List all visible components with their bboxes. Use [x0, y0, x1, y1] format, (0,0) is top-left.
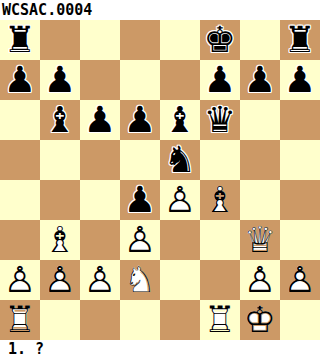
square-c6[interactable]: ♟: [80, 100, 120, 140]
square-b5[interactable]: [40, 140, 80, 180]
black-pawn-icon: ♟: [120, 180, 160, 220]
square-c7[interactable]: [80, 60, 120, 100]
diagram-title: WCSAC.0004: [0, 0, 320, 20]
black-rook-icon: ♜: [0, 20, 40, 60]
square-g1[interactable]: ♚♔: [240, 300, 280, 340]
square-b6[interactable]: ♝: [40, 100, 80, 140]
white-bishop: ♝♗: [200, 180, 240, 220]
square-a4[interactable]: [0, 180, 40, 220]
square-g6[interactable]: [240, 100, 280, 140]
square-h1[interactable]: [280, 300, 320, 340]
black-pawn-icon: ♟: [80, 100, 120, 140]
square-d4[interactable]: ♟: [120, 180, 160, 220]
square-c1[interactable]: [80, 300, 120, 340]
white-pawn: ♟♙: [80, 260, 120, 300]
black-bishop: ♝: [160, 100, 200, 140]
white-knight-icon: ♞: [120, 260, 160, 300]
white-king-icon: ♚: [240, 300, 280, 340]
square-b8[interactable]: [40, 20, 80, 60]
black-pawn: ♟: [40, 60, 80, 100]
white-pawn: ♟♙: [0, 260, 40, 300]
square-f6[interactable]: ♛: [200, 100, 240, 140]
white-queen-outline-icon: ♕: [240, 220, 280, 260]
square-h2[interactable]: ♟♙: [280, 260, 320, 300]
square-d1[interactable]: [120, 300, 160, 340]
white-queen-icon: ♛: [240, 220, 280, 260]
white-pawn: ♟♙: [120, 220, 160, 260]
black-pawn: ♟: [280, 60, 320, 100]
black-bishop: ♝: [40, 100, 80, 140]
square-d7[interactable]: [120, 60, 160, 100]
black-pawn-icon: ♟: [200, 60, 240, 100]
square-e4[interactable]: ♟♙: [160, 180, 200, 220]
white-knight-outline-icon: ♘: [120, 260, 160, 300]
white-bishop-outline-icon: ♗: [200, 180, 240, 220]
white-pawn: ♟♙: [40, 260, 80, 300]
black-pawn: ♟: [120, 100, 160, 140]
square-d5[interactable]: [120, 140, 160, 180]
square-f1[interactable]: ♜♖: [200, 300, 240, 340]
black-pawn: ♟: [200, 60, 240, 100]
square-c4[interactable]: [80, 180, 120, 220]
white-queen: ♛♕: [240, 220, 280, 260]
white-pawn: ♟♙: [160, 180, 200, 220]
square-d3[interactable]: ♟♙: [120, 220, 160, 260]
square-g4[interactable]: [240, 180, 280, 220]
square-d6[interactable]: ♟: [120, 100, 160, 140]
square-a8[interactable]: ♜: [0, 20, 40, 60]
square-e6[interactable]: ♝: [160, 100, 200, 140]
white-pawn-icon: ♟: [0, 260, 40, 300]
black-pawn-icon: ♟: [120, 100, 160, 140]
white-rook-outline-icon: ♖: [0, 300, 40, 340]
square-f5[interactable]: [200, 140, 240, 180]
square-h3[interactable]: [280, 220, 320, 260]
white-pawn: ♟♙: [240, 260, 280, 300]
black-bishop-icon: ♝: [40, 100, 80, 140]
square-e8[interactable]: [160, 20, 200, 60]
square-b7[interactable]: ♟: [40, 60, 80, 100]
white-king: ♚♔: [240, 300, 280, 340]
square-e2[interactable]: [160, 260, 200, 300]
square-a1[interactable]: ♜♖: [0, 300, 40, 340]
white-bishop: ♝♗: [40, 220, 80, 260]
square-h6[interactable]: [280, 100, 320, 140]
white-rook-icon: ♜: [0, 300, 40, 340]
square-c3[interactable]: [80, 220, 120, 260]
square-a7[interactable]: ♟: [0, 60, 40, 100]
white-pawn-icon: ♟: [80, 260, 120, 300]
square-e1[interactable]: [160, 300, 200, 340]
black-pawn: ♟: [240, 60, 280, 100]
square-h4[interactable]: [280, 180, 320, 220]
square-f8[interactable]: ♚: [200, 20, 240, 60]
white-pawn-icon: ♟: [40, 260, 80, 300]
white-pawn-icon: ♟: [240, 260, 280, 300]
square-e7[interactable]: [160, 60, 200, 100]
square-f2[interactable]: [200, 260, 240, 300]
square-d2[interactable]: ♞♘: [120, 260, 160, 300]
white-pawn-icon: ♟: [120, 220, 160, 260]
white-bishop-icon: ♝: [200, 180, 240, 220]
black-queen-icon: ♛: [200, 100, 240, 140]
square-b3[interactable]: ♝♗: [40, 220, 80, 260]
square-h7[interactable]: ♟: [280, 60, 320, 100]
white-bishop-outline-icon: ♗: [40, 220, 80, 260]
white-king-outline-icon: ♔: [240, 300, 280, 340]
square-b1[interactable]: [40, 300, 80, 340]
white-rook-outline-icon: ♖: [200, 300, 240, 340]
black-rook: ♜: [280, 20, 320, 60]
square-c8[interactable]: [80, 20, 120, 60]
black-rook-icon: ♜: [280, 20, 320, 60]
square-h8[interactable]: ♜: [280, 20, 320, 60]
white-pawn-outline-icon: ♙: [80, 260, 120, 300]
white-pawn-outline-icon: ♙: [120, 220, 160, 260]
square-g3[interactable]: ♛♕: [240, 220, 280, 260]
square-g7[interactable]: ♟: [240, 60, 280, 100]
white-rook-icon: ♜: [200, 300, 240, 340]
white-pawn-icon: ♟: [160, 180, 200, 220]
white-pawn-outline-icon: ♙: [280, 260, 320, 300]
black-knight-icon: ♞: [160, 140, 200, 180]
square-a3[interactable]: [0, 220, 40, 260]
black-pawn-icon: ♟: [40, 60, 80, 100]
square-e5[interactable]: ♞: [160, 140, 200, 180]
white-pawn-outline-icon: ♙: [160, 180, 200, 220]
square-f3[interactable]: [200, 220, 240, 260]
chess-diagram-page: WCSAC.0004 ♜♚♜♟♟♟♟♟♝♟♟♝♛♞♟♟♙♝♗♝♗♟♙♛♕♟♙♟♙…: [0, 0, 320, 360]
black-pawn-icon: ♟: [280, 60, 320, 100]
white-bishop-icon: ♝: [40, 220, 80, 260]
black-queen: ♛: [200, 100, 240, 140]
square-g5[interactable]: [240, 140, 280, 180]
black-pawn-icon: ♟: [240, 60, 280, 100]
square-c5[interactable]: [80, 140, 120, 180]
white-pawn-outline-icon: ♙: [40, 260, 80, 300]
square-b4[interactable]: [40, 180, 80, 220]
square-f4[interactable]: ♝♗: [200, 180, 240, 220]
black-pawn: ♟: [80, 100, 120, 140]
black-king: ♚: [200, 20, 240, 60]
black-pawn: ♟: [0, 60, 40, 100]
square-h5[interactable]: [280, 140, 320, 180]
square-a2[interactable]: ♟♙: [0, 260, 40, 300]
white-rook: ♜♖: [200, 300, 240, 340]
black-king-icon: ♚: [200, 20, 240, 60]
square-a6[interactable]: [0, 100, 40, 140]
white-pawn-outline-icon: ♙: [240, 260, 280, 300]
move-prompt: 1. ?: [0, 340, 320, 360]
square-g2[interactable]: ♟♙: [240, 260, 280, 300]
chess-board: ♜♚♜♟♟♟♟♟♝♟♟♝♛♞♟♟♙♝♗♝♗♟♙♛♕♟♙♟♙♟♙♞♘♟♙♟♙♜♖♜…: [0, 20, 320, 340]
square-c2[interactable]: ♟♙: [80, 260, 120, 300]
square-e3[interactable]: [160, 220, 200, 260]
black-pawn: ♟: [120, 180, 160, 220]
black-rook: ♜: [0, 20, 40, 60]
black-pawn-icon: ♟: [0, 60, 40, 100]
square-d8[interactable]: [120, 20, 160, 60]
square-f7[interactable]: ♟: [200, 60, 240, 100]
black-knight: ♞: [160, 140, 200, 180]
square-a5[interactable]: [0, 140, 40, 180]
square-g8[interactable]: [240, 20, 280, 60]
square-b2[interactable]: ♟♙: [40, 260, 80, 300]
white-pawn-icon: ♟: [280, 260, 320, 300]
white-pawn-outline-icon: ♙: [0, 260, 40, 300]
white-knight: ♞♘: [120, 260, 160, 300]
white-rook: ♜♖: [0, 300, 40, 340]
white-pawn: ♟♙: [280, 260, 320, 300]
black-bishop-icon: ♝: [160, 100, 200, 140]
